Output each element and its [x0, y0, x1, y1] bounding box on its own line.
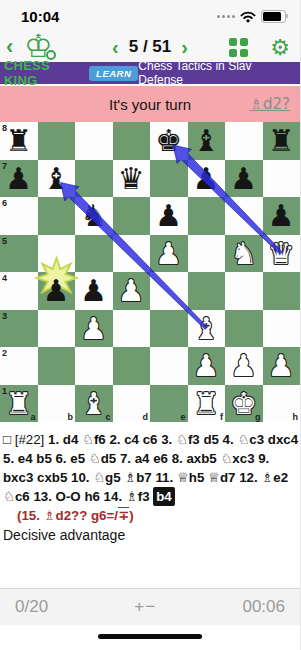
cellular-signal-icon: [217, 15, 235, 18]
square-d7[interactable]: ♛: [113, 160, 151, 198]
white-pawn-e5: ♟: [150, 235, 188, 273]
square-h6[interactable]: ♟: [263, 197, 301, 235]
square-b3[interactable]: [38, 310, 76, 348]
square-e5[interactable]: ♟: [150, 235, 188, 273]
black-pawn-h6: ♟: [263, 197, 301, 235]
adjust-button[interactable]: +−: [134, 597, 156, 617]
white-pawn-g2: ♟: [225, 347, 263, 385]
square-c7[interactable]: [75, 160, 113, 198]
square-c3[interactable]: ♟: [75, 310, 113, 348]
square-a4[interactable]: 4: [0, 272, 38, 310]
rank-label: 5: [2, 236, 7, 246]
square-b8[interactable]: [38, 122, 76, 160]
square-d1[interactable]: d: [113, 385, 151, 423]
status-time: 10:04: [21, 8, 59, 25]
square-c5[interactable]: [75, 235, 113, 273]
square-e8[interactable]: ♚: [150, 122, 188, 160]
white-queen-h5: ♛: [263, 235, 301, 273]
prev-puzzle-button[interactable]: ‹: [112, 36, 119, 59]
white-pawn-d4: ♟: [113, 272, 151, 310]
white-bishop-c1: ♝: [75, 385, 113, 423]
square-f7[interactable]: ♟: [188, 160, 226, 198]
square-f8[interactable]: ♝: [188, 122, 226, 160]
square-h1[interactable]: h: [263, 385, 301, 423]
status-icons: [217, 10, 286, 23]
rank-label: 3: [2, 311, 7, 321]
rank-label: 6: [2, 198, 7, 208]
square-e2[interactable]: [150, 347, 188, 385]
square-e7[interactable]: [150, 160, 188, 198]
square-h7[interactable]: [263, 160, 301, 198]
square-g3[interactable]: [225, 310, 263, 348]
white-pawn-f2: ♟: [188, 347, 226, 385]
square-f6[interactable]: [188, 197, 226, 235]
rank-label: 4: [2, 273, 7, 283]
wifi-icon: [240, 11, 256, 23]
square-d8[interactable]: [113, 122, 151, 160]
black-rook-a8: ♜: [0, 122, 38, 160]
course-banner: CHESS KING LEARN Chess Tactics in Slav D…: [0, 62, 300, 84]
lesson-title: Chess Tactics in Slav Defense: [138, 59, 294, 87]
black-pawn-b4: ♟: [38, 272, 76, 310]
mainline-moves: 1. d4 ♘f6 2. c4 c6 3. ♘f3 d5 4. ♘c3 dxc4…: [3, 432, 298, 504]
square-e6[interactable]: ♟: [150, 197, 188, 235]
square-g7[interactable]: ♟: [225, 160, 263, 198]
white-pawn-h2: ♟: [263, 347, 301, 385]
square-f4[interactable]: [188, 272, 226, 310]
square-c2[interactable]: [75, 347, 113, 385]
square-h2[interactable]: ♟: [263, 347, 301, 385]
bottom-bar: 0/20 +− 00:06: [0, 588, 300, 625]
square-g5[interactable]: ♞: [225, 235, 263, 273]
square-e4[interactable]: [150, 272, 188, 310]
square-h4[interactable]: [263, 272, 301, 310]
square-f2[interactable]: ♟: [188, 347, 226, 385]
file-label: h: [293, 412, 299, 422]
battery-icon: [261, 10, 286, 23]
black-bishop-b7: ♝: [38, 160, 76, 198]
brand-logo: CHESS KING: [4, 58, 84, 88]
current-move-badge[interactable]: b4: [153, 487, 175, 506]
square-d6[interactable]: [113, 197, 151, 235]
black-pawn-f7: ♟: [188, 160, 226, 198]
square-c8[interactable]: [75, 122, 113, 160]
square-a5[interactable]: 5: [0, 235, 38, 273]
moves-panel: □ [#22] 1. d4 ♘f6 2. c4 c6 3. ♘f3 d5 4. …: [0, 424, 300, 545]
square-h3[interactable]: [263, 310, 301, 348]
rank-label: 2: [2, 348, 7, 358]
square-f5[interactable]: [188, 235, 226, 273]
black-pawn-g7: ♟: [225, 160, 263, 198]
square-b6[interactable]: [38, 197, 76, 235]
square-c4[interactable]: ♟: [75, 272, 113, 310]
square-d5[interactable]: [113, 235, 151, 273]
square-c1[interactable]: c♝: [75, 385, 113, 423]
square-a7[interactable]: 7♟: [0, 160, 38, 198]
square-e3[interactable]: [150, 310, 188, 348]
square-f3[interactable]: ♝: [188, 310, 226, 348]
square-d4[interactable]: ♟: [113, 272, 151, 310]
black-pawn-a7: ♟: [0, 160, 38, 198]
square-g8[interactable]: [225, 122, 263, 160]
learn-badge: LEARN: [89, 66, 138, 81]
white-bishop-f3: ♝: [188, 310, 226, 348]
square-h5[interactable]: ♛: [263, 235, 301, 273]
white-pawn-c3: ♟: [75, 310, 113, 348]
square-b2[interactable]: [38, 347, 76, 385]
square-a3[interactable]: 3: [0, 310, 38, 348]
square-b1[interactable]: b: [38, 385, 76, 423]
black-pawn-c4: ♟: [75, 272, 113, 310]
square-g1[interactable]: g♚: [225, 385, 263, 423]
app-screen: 10:04 ‹ ♔ ‹ 5 / 51 › ⚙ CHESS KING LEARN: [0, 0, 300, 650]
board-area: 8♜♚♝♜7♟♝♛♟♟6♞♟♟5♟♞♛4♟♟♟3♟♝2♟♟♟1a♜bc♝def♜…: [0, 122, 300, 422]
white-king-g1: ♚: [225, 385, 263, 423]
square-c6[interactable]: ♞: [75, 197, 113, 235]
square-g6[interactable]: [225, 197, 263, 235]
puzzle-list-button[interactable]: [229, 38, 248, 57]
black-queen-d7: ♛: [113, 160, 151, 198]
next-puzzle-button[interactable]: ›: [181, 36, 188, 59]
black-bishop-f8: ♝: [188, 122, 226, 160]
turn-bar: It's your turn ♗d2?: [0, 86, 300, 122]
square-b4[interactable]: ♟: [38, 272, 76, 310]
assessment-text: Decisive advantage: [3, 526, 299, 545]
square-a1[interactable]: 1a♜: [0, 385, 38, 423]
move-prefix: □ [#22]: [3, 432, 48, 447]
square-b7[interactable]: ♝: [38, 160, 76, 198]
square-a8[interactable]: 8♜: [0, 122, 38, 160]
file-label: d: [143, 412, 149, 422]
white-knight-g5: ♞: [225, 235, 263, 273]
square-g4[interactable]: [225, 272, 263, 310]
square-e1[interactable]: e: [150, 385, 188, 423]
white-rook-f1: ♜: [188, 385, 226, 423]
square-a6[interactable]: 6: [0, 197, 38, 235]
square-d2[interactable]: [113, 347, 151, 385]
square-g2[interactable]: ♟: [225, 347, 263, 385]
black-knight-c6: ♞: [75, 197, 113, 235]
black-king-e8: ♚: [150, 122, 188, 160]
square-f1[interactable]: f♜: [188, 385, 226, 423]
file-label: b: [68, 412, 74, 422]
score-display[interactable]: 0/20: [15, 597, 48, 617]
variation-line: (15. ♗d2?? g6=/∓): [3, 506, 299, 525]
top-chrome: 10:04 ‹ ♔ ‹ 5 / 51 › ⚙: [0, 0, 300, 62]
hint-move-link[interactable]: ♗d2?: [250, 86, 290, 122]
timer-display[interactable]: 00:06: [242, 597, 285, 617]
file-label: e: [180, 412, 185, 422]
square-d3[interactable]: [113, 310, 151, 348]
black-rook-h8: ♜: [263, 122, 301, 160]
black-pawn-e6: ♟: [150, 197, 188, 235]
home-indicator[interactable]: [98, 634, 202, 639]
square-a2[interactable]: 2: [0, 347, 38, 385]
square-h8[interactable]: ♜: [263, 122, 301, 160]
chess-board: 8♜♚♝♜7♟♝♛♟♟6♞♟♟5♟♞♛4♟♟♟3♟♝2♟♟♟1a♜bc♝def♜…: [0, 122, 300, 422]
white-rook-a1: ♜: [0, 385, 38, 423]
puzzle-counter: 5 / 51: [129, 37, 172, 57]
